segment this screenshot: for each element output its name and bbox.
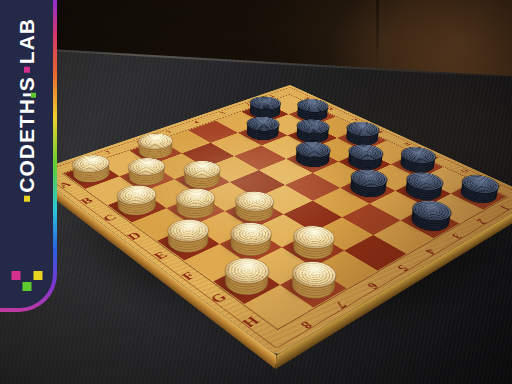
codethislab-logo[interactable]: CODETHıSLAB xyxy=(0,0,57,312)
piece-light-A8[interactable] xyxy=(67,163,116,187)
logo-dot xyxy=(24,67,30,73)
game-screen: AABBCCDDEEFFGGHH1122334455667788 CODETHı… xyxy=(0,0,512,384)
logo-wordmark: CODETHıSLAB xyxy=(15,18,39,205)
piece-light-H7[interactable] xyxy=(284,269,343,305)
logo-green-square xyxy=(22,282,31,291)
board-scene: AABBCCDDEEFFGGHH1122334455667788 xyxy=(0,0,512,384)
piece-light-C8[interactable] xyxy=(111,193,163,220)
logo-squares-icon xyxy=(11,271,42,292)
logo-i-dot xyxy=(31,93,36,98)
logo-dot xyxy=(24,196,30,202)
piece-dark-H3[interactable] xyxy=(404,208,456,236)
piece-light-E8[interactable] xyxy=(161,227,217,258)
logo-bar: CODETHıSLAB xyxy=(0,0,53,308)
checkers-board: AABBCCDDEEFFGGHH1122334455667788 xyxy=(33,85,512,355)
piece-light-G8[interactable] xyxy=(217,266,276,302)
logo-pink-square xyxy=(11,271,20,280)
piece-dark-F3[interactable] xyxy=(343,177,392,202)
logo-yellow-square xyxy=(33,271,42,280)
piece-dark-H1[interactable] xyxy=(454,183,503,208)
